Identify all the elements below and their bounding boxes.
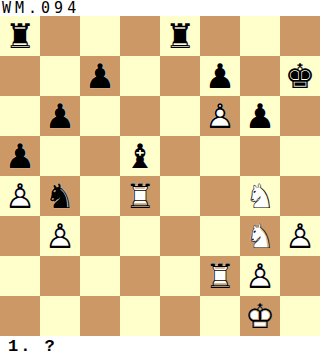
white-rook-d4[interactable]: ♜♖ — [120, 176, 160, 216]
square-a1[interactable] — [0, 296, 40, 336]
square-g7[interactable] — [240, 56, 280, 96]
square-f7[interactable]: ♟ — [200, 56, 240, 96]
square-f6[interactable]: ♟♙ — [200, 96, 240, 136]
square-h7[interactable]: ♚ — [280, 56, 320, 96]
piece-glyph-outline: ♙ — [280, 216, 320, 256]
square-e1[interactable] — [160, 296, 200, 336]
piece-glyph-outline: ♔ — [240, 296, 280, 336]
black-rook-a8[interactable]: ♜ — [0, 16, 40, 56]
square-c5[interactable] — [80, 136, 120, 176]
piece-glyph-outline: ♘ — [240, 176, 280, 216]
square-c1[interactable] — [80, 296, 120, 336]
square-f5[interactable] — [200, 136, 240, 176]
square-a4[interactable]: ♟♙ — [0, 176, 40, 216]
square-a7[interactable] — [0, 56, 40, 96]
white-pawn-b3[interactable]: ♟♙ — [40, 216, 80, 256]
square-b3[interactable]: ♟♙ — [40, 216, 80, 256]
white-pawn-a4[interactable]: ♟♙ — [0, 176, 40, 216]
black-pawn-c7[interactable]: ♟ — [80, 56, 120, 96]
white-rook-f2[interactable]: ♜♖ — [200, 256, 240, 296]
square-f1[interactable] — [200, 296, 240, 336]
square-d2[interactable] — [120, 256, 160, 296]
square-e4[interactable] — [160, 176, 200, 216]
square-h4[interactable] — [280, 176, 320, 216]
square-g8[interactable] — [240, 16, 280, 56]
square-g3[interactable]: ♞♘ — [240, 216, 280, 256]
square-h2[interactable] — [280, 256, 320, 296]
square-f4[interactable] — [200, 176, 240, 216]
square-d4[interactable]: ♜♖ — [120, 176, 160, 216]
square-d7[interactable] — [120, 56, 160, 96]
square-g6[interactable]: ♟ — [240, 96, 280, 136]
black-rook-e8[interactable]: ♜ — [160, 16, 200, 56]
white-pawn-h3[interactable]: ♟♙ — [280, 216, 320, 256]
square-b4[interactable]: ♞ — [40, 176, 80, 216]
piece-glyph-outline: ♙ — [0, 176, 40, 216]
black-pawn-f7[interactable]: ♟ — [200, 56, 240, 96]
square-h6[interactable] — [280, 96, 320, 136]
square-e3[interactable] — [160, 216, 200, 256]
square-a2[interactable] — [0, 256, 40, 296]
square-a8[interactable]: ♜ — [0, 16, 40, 56]
square-a3[interactable] — [0, 216, 40, 256]
square-f3[interactable] — [200, 216, 240, 256]
black-knight-b4[interactable]: ♞ — [40, 176, 80, 216]
diagram-title: WM.094 — [0, 0, 320, 16]
piece-glyph-outline: ♖ — [120, 176, 160, 216]
square-b6[interactable]: ♟ — [40, 96, 80, 136]
black-bishop-d5[interactable]: ♝ — [120, 136, 160, 176]
piece-glyph-outline: ♙ — [40, 216, 80, 256]
square-g5[interactable] — [240, 136, 280, 176]
chess-board: ♜♜♟♟♚♟♟♙♟♟♝♟♙♞♜♖♞♘♟♙♞♘♟♙♜♖♟♙♚♔ — [0, 16, 320, 336]
chess-puzzle-window: WM.094 ♜♜♟♟♚♟♟♙♟♟♝♟♙♞♜♖♞♘♟♙♞♘♟♙♜♖♟♙♚♔ 1.… — [0, 0, 320, 360]
move-prompt: 1. ? — [0, 336, 320, 360]
square-h5[interactable] — [280, 136, 320, 176]
piece-glyph-outline: ♙ — [200, 96, 240, 136]
square-c8[interactable] — [80, 16, 120, 56]
square-b1[interactable] — [40, 296, 80, 336]
square-f8[interactable] — [200, 16, 240, 56]
white-pawn-g2[interactable]: ♟♙ — [240, 256, 280, 296]
square-c7[interactable]: ♟ — [80, 56, 120, 96]
square-c3[interactable] — [80, 216, 120, 256]
square-e6[interactable] — [160, 96, 200, 136]
square-h8[interactable] — [280, 16, 320, 56]
square-d3[interactable] — [120, 216, 160, 256]
square-c4[interactable] — [80, 176, 120, 216]
square-d6[interactable] — [120, 96, 160, 136]
white-knight-g3[interactable]: ♞♘ — [240, 216, 280, 256]
square-b7[interactable] — [40, 56, 80, 96]
square-g4[interactable]: ♞♘ — [240, 176, 280, 216]
square-b8[interactable] — [40, 16, 80, 56]
square-e8[interactable]: ♜ — [160, 16, 200, 56]
square-a6[interactable] — [0, 96, 40, 136]
square-a5[interactable]: ♟ — [0, 136, 40, 176]
square-f2[interactable]: ♜♖ — [200, 256, 240, 296]
square-d5[interactable]: ♝ — [120, 136, 160, 176]
piece-glyph-outline: ♖ — [200, 256, 240, 296]
black-king-h7[interactable]: ♚ — [280, 56, 320, 96]
square-c2[interactable] — [80, 256, 120, 296]
black-pawn-b6[interactable]: ♟ — [40, 96, 80, 136]
square-h1[interactable] — [280, 296, 320, 336]
square-b2[interactable] — [40, 256, 80, 296]
square-e2[interactable] — [160, 256, 200, 296]
square-e7[interactable] — [160, 56, 200, 96]
piece-glyph-outline: ♘ — [240, 216, 280, 256]
white-knight-g4[interactable]: ♞♘ — [240, 176, 280, 216]
square-g2[interactable]: ♟♙ — [240, 256, 280, 296]
square-g1[interactable]: ♚♔ — [240, 296, 280, 336]
black-pawn-g6[interactable]: ♟ — [240, 96, 280, 136]
black-pawn-a5[interactable]: ♟ — [0, 136, 40, 176]
square-d1[interactable] — [120, 296, 160, 336]
piece-glyph-outline: ♙ — [240, 256, 280, 296]
square-b5[interactable] — [40, 136, 80, 176]
white-pawn-f6[interactable]: ♟♙ — [200, 96, 240, 136]
square-c6[interactable] — [80, 96, 120, 136]
white-king-g1[interactable]: ♚♔ — [240, 296, 280, 336]
square-h3[interactable]: ♟♙ — [280, 216, 320, 256]
square-e5[interactable] — [160, 136, 200, 176]
square-d8[interactable] — [120, 16, 160, 56]
